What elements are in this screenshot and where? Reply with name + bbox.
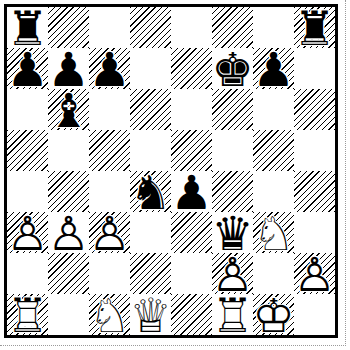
- black-rook-icon: ♜: [294, 8, 335, 49]
- piece-black-knight[interactable]: ♞♞: [130, 171, 171, 212]
- board-frame: ♜♜♜♜♟♟♟♟♟♟♚♚♟♟♝♝♞♞♟♟♟♙♟♙♟♙♛♛♞♘♟♙♟♙♜♖♞♘♛♕…: [4, 4, 338, 338]
- piece-white-pawn[interactable]: ♟♙: [48, 212, 89, 253]
- piece-black-pawn[interactable]: ♟♟: [253, 48, 294, 89]
- square-h8[interactable]: ♜♜: [294, 7, 335, 48]
- piece-white-knight[interactable]: ♞♘: [89, 294, 130, 335]
- square-e6[interactable]: [171, 89, 212, 130]
- square-c5[interactable]: [89, 130, 130, 171]
- square-a7[interactable]: ♟♟: [7, 48, 48, 89]
- square-g1[interactable]: ♚♔: [253, 294, 294, 335]
- white-knight-icon: ♘: [89, 295, 130, 336]
- white-pawn-icon: ♙: [7, 213, 48, 254]
- white-rook-icon: ♖: [7, 295, 48, 336]
- piece-black-pawn[interactable]: ♟♟: [171, 171, 212, 212]
- white-queen-icon: ♕: [130, 295, 171, 336]
- square-f6[interactable]: [212, 89, 253, 130]
- black-knight-icon: ♞: [130, 172, 171, 213]
- square-e7[interactable]: [171, 48, 212, 89]
- white-knight-icon: ♘: [253, 213, 294, 254]
- black-bishop-icon: ♝: [48, 90, 89, 131]
- square-g7[interactable]: ♟♟: [253, 48, 294, 89]
- piece-white-knight[interactable]: ♞♘: [253, 212, 294, 253]
- square-h4[interactable]: [294, 171, 335, 212]
- piece-white-rook[interactable]: ♜♖: [7, 294, 48, 335]
- piece-white-queen[interactable]: ♛♕: [130, 294, 171, 335]
- square-g5[interactable]: [253, 130, 294, 171]
- piece-black-king[interactable]: ♚♚: [212, 48, 253, 89]
- square-c1[interactable]: ♞♘: [89, 294, 130, 335]
- square-e1[interactable]: [171, 294, 212, 335]
- piece-white-pawn[interactable]: ♟♙: [294, 253, 335, 294]
- square-e3[interactable]: [171, 212, 212, 253]
- square-a5[interactable]: [7, 130, 48, 171]
- square-h7[interactable]: [294, 48, 335, 89]
- square-g3[interactable]: ♞♘: [253, 212, 294, 253]
- white-pawn-icon: ♙: [48, 213, 89, 254]
- square-f1[interactable]: ♜♖: [212, 294, 253, 335]
- square-h6[interactable]: [294, 89, 335, 130]
- square-b2[interactable]: [48, 253, 89, 294]
- square-h2[interactable]: ♟♙: [294, 253, 335, 294]
- white-pawn-icon: ♙: [294, 254, 335, 295]
- square-a1[interactable]: ♜♖: [7, 294, 48, 335]
- white-king-icon: ♔: [253, 295, 294, 336]
- square-d8[interactable]: [130, 7, 171, 48]
- black-pawn-icon: ♟: [7, 49, 48, 90]
- square-e2[interactable]: [171, 253, 212, 294]
- square-g6[interactable]: [253, 89, 294, 130]
- chess-board: ♜♜♜♜♟♟♟♟♟♟♚♚♟♟♝♝♞♞♟♟♟♙♟♙♟♙♛♛♞♘♟♙♟♙♜♖♞♘♛♕…: [7, 7, 335, 335]
- piece-black-pawn[interactable]: ♟♟: [89, 48, 130, 89]
- white-pawn-icon: ♙: [89, 213, 130, 254]
- piece-black-rook[interactable]: ♜♜: [294, 7, 335, 48]
- piece-white-king[interactable]: ♚♔: [253, 294, 294, 335]
- square-c3[interactable]: ♟♙: [89, 212, 130, 253]
- square-c6[interactable]: [89, 89, 130, 130]
- black-pawn-icon: ♟: [171, 172, 212, 213]
- square-h5[interactable]: [294, 130, 335, 171]
- square-b3[interactable]: ♟♙: [48, 212, 89, 253]
- square-d3[interactable]: [130, 212, 171, 253]
- piece-white-rook[interactable]: ♜♖: [212, 294, 253, 335]
- square-d7[interactable]: [130, 48, 171, 89]
- piece-black-bishop[interactable]: ♝♝: [48, 89, 89, 130]
- piece-white-pawn[interactable]: ♟♙: [7, 212, 48, 253]
- square-e8[interactable]: [171, 7, 212, 48]
- piece-black-pawn[interactable]: ♟♟: [7, 48, 48, 89]
- white-rook-icon: ♖: [212, 295, 253, 336]
- page-background: ♜♜♜♜♟♟♟♟♟♟♚♚♟♟♝♝♞♞♟♟♟♙♟♙♟♙♛♛♞♘♟♙♟♙♜♖♞♘♛♕…: [0, 0, 350, 350]
- square-a6[interactable]: [7, 89, 48, 130]
- square-b1[interactable]: [48, 294, 89, 335]
- square-h1[interactable]: [294, 294, 335, 335]
- square-f5[interactable]: [212, 130, 253, 171]
- square-d4[interactable]: ♞♞: [130, 171, 171, 212]
- square-b6[interactable]: ♝♝: [48, 89, 89, 130]
- black-king-icon: ♚: [212, 49, 253, 90]
- square-a3[interactable]: ♟♙: [7, 212, 48, 253]
- square-b5[interactable]: [48, 130, 89, 171]
- black-pawn-icon: ♟: [89, 49, 130, 90]
- square-f7[interactable]: ♚♚: [212, 48, 253, 89]
- square-d6[interactable]: [130, 89, 171, 130]
- square-e4[interactable]: ♟♟: [171, 171, 212, 212]
- piece-white-pawn[interactable]: ♟♙: [89, 212, 130, 253]
- square-d1[interactable]: ♛♕: [130, 294, 171, 335]
- black-pawn-icon: ♟: [253, 49, 294, 90]
- square-c7[interactable]: ♟♟: [89, 48, 130, 89]
